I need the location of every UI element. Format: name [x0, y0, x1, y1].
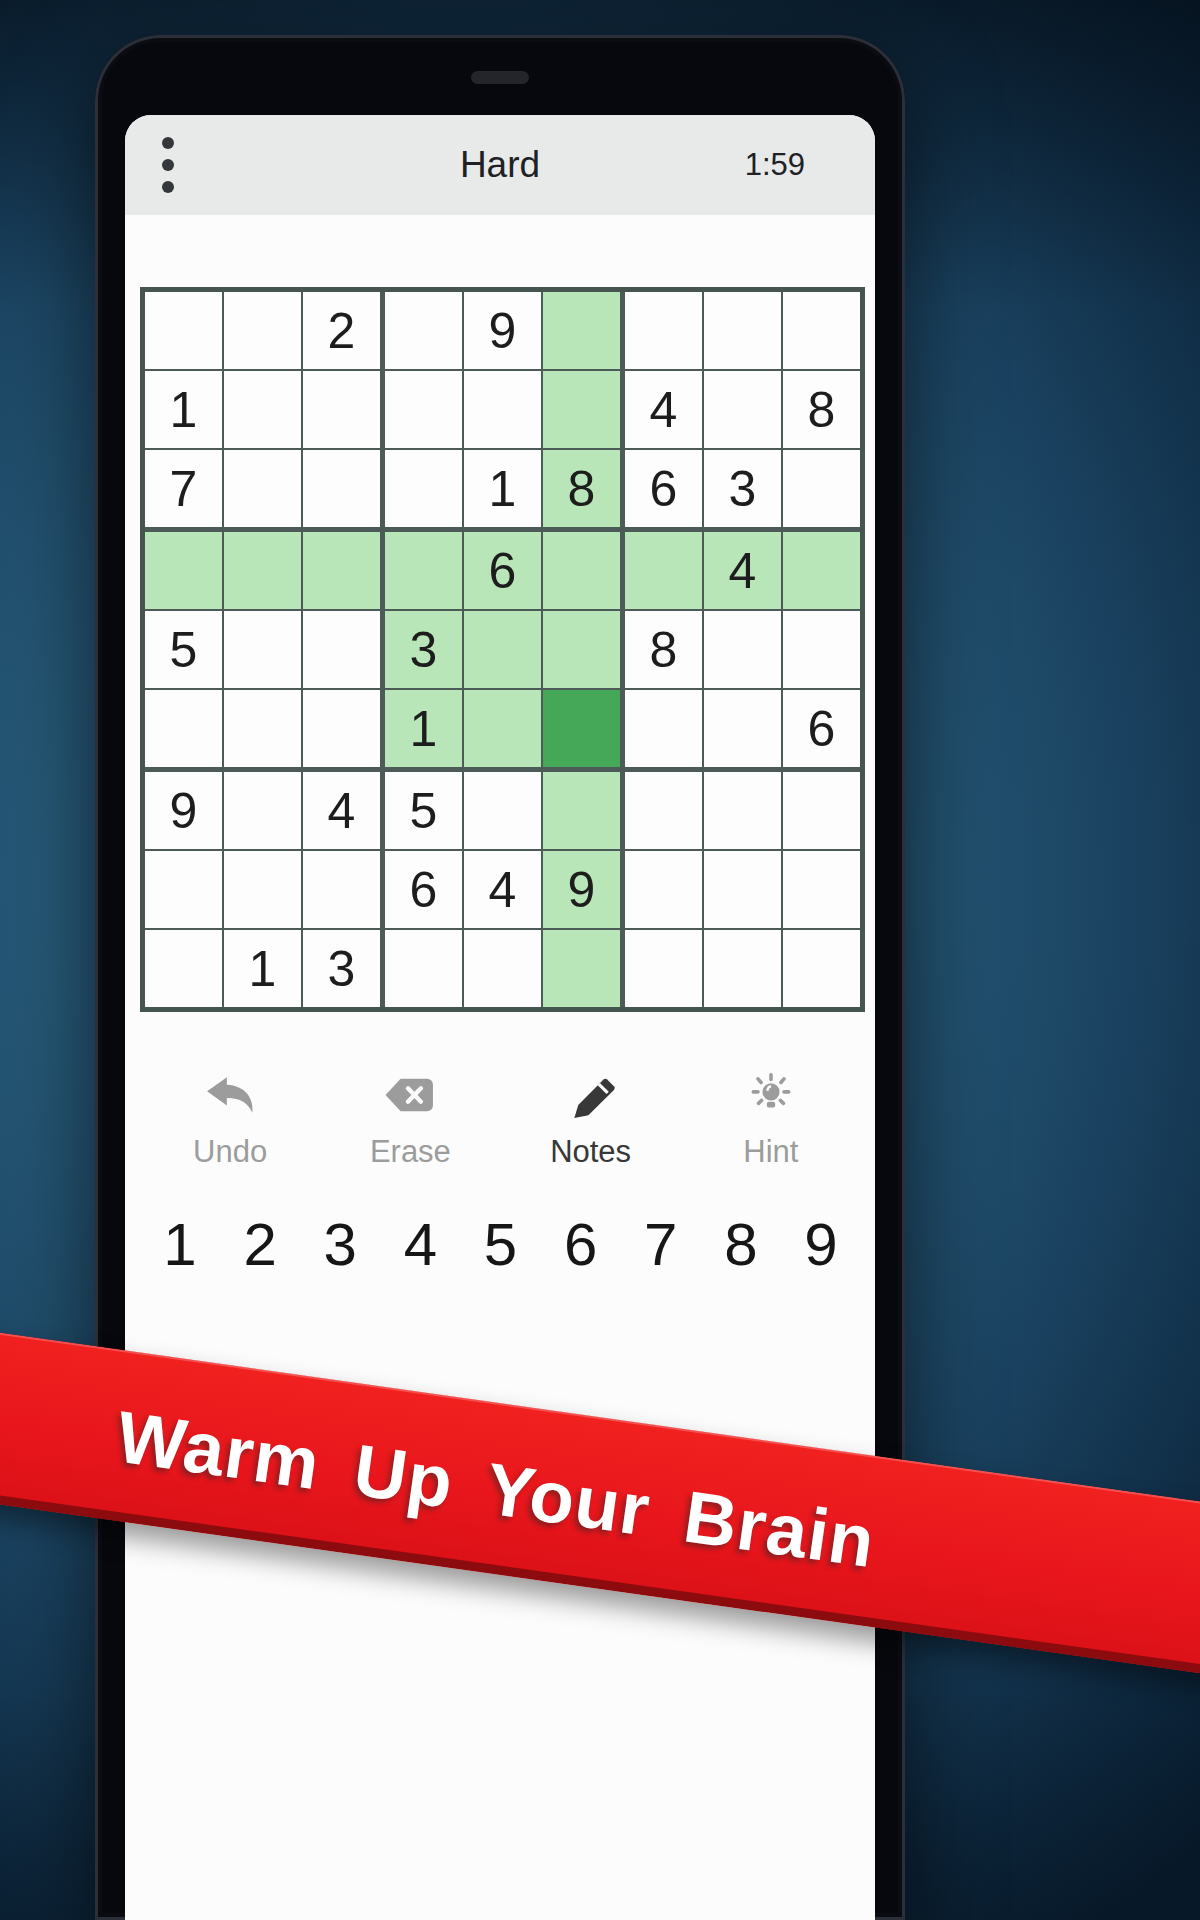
pencil-icon [566, 1070, 616, 1120]
cell-r9c9[interactable] [783, 930, 860, 1007]
numpad-key-5[interactable]: 5 [460, 1210, 540, 1280]
cell-r2c3[interactable] [303, 371, 380, 448]
numpad-key-3[interactable]: 3 [300, 1210, 380, 1280]
cell-r2c9[interactable]: 8 [783, 371, 860, 448]
cell-r3c7[interactable]: 6 [625, 450, 702, 527]
cell-r2c1[interactable]: 1 [145, 371, 222, 448]
numpad-key-6[interactable]: 6 [541, 1210, 621, 1280]
cell-r6c3[interactable] [303, 690, 380, 767]
cell-r5c5[interactable] [464, 611, 541, 688]
cell-r3c2[interactable] [224, 450, 301, 527]
cell-r4c4[interactable] [385, 532, 462, 609]
cell-r1c5[interactable]: 9 [464, 292, 541, 369]
cell-r7c9[interactable] [783, 772, 860, 849]
cell-r3c5[interactable]: 1 [464, 450, 541, 527]
cell-r9c2[interactable]: 1 [224, 930, 301, 1007]
cell-r4c3[interactable] [303, 532, 380, 609]
cell-r9c3[interactable]: 3 [303, 930, 380, 1007]
cell-r8c6[interactable]: 9 [543, 851, 620, 928]
cell-r5c1[interactable]: 5 [145, 611, 222, 688]
cell-r7c5[interactable] [464, 772, 541, 849]
numpad-key-9[interactable]: 9 [781, 1210, 861, 1280]
game-timer: 1:59 [745, 115, 805, 215]
cell-r8c9[interactable] [783, 851, 860, 928]
cell-r7c3[interactable]: 4 [303, 772, 380, 849]
cell-r4c7[interactable] [625, 532, 702, 609]
cell-r6c1[interactable] [145, 690, 222, 767]
cell-r7c4[interactable]: 5 [385, 772, 462, 849]
cell-r2c4[interactable] [385, 371, 462, 448]
cell-r3c4[interactable] [385, 450, 462, 527]
cell-r9c6[interactable] [543, 930, 620, 1007]
app-header: Hard 1:59 [125, 115, 875, 215]
cell-r4c9[interactable] [783, 532, 860, 609]
cell-r3c3[interactable] [303, 450, 380, 527]
toolbar-notes[interactable]: Notes [501, 1070, 681, 1170]
cell-r7c8[interactable] [704, 772, 781, 849]
numpad-key-4[interactable]: 4 [380, 1210, 460, 1280]
cell-r3c8[interactable]: 3 [704, 450, 781, 527]
toolbar: Undo Erase Notes [140, 1070, 861, 1170]
cell-r9c4[interactable] [385, 930, 462, 1007]
cell-r2c8[interactable] [704, 371, 781, 448]
numpad-key-2[interactable]: 2 [220, 1210, 300, 1280]
cell-r4c8[interactable]: 4 [704, 532, 781, 609]
toolbar-undo[interactable]: Undo [140, 1070, 320, 1170]
cell-r8c4[interactable]: 6 [385, 851, 462, 928]
cell-r1c2[interactable] [224, 292, 301, 369]
cell-r3c9[interactable] [783, 450, 860, 527]
cell-r5c3[interactable] [303, 611, 380, 688]
cell-r6c4[interactable]: 1 [385, 690, 462, 767]
cell-r2c5[interactable] [464, 371, 541, 448]
numpad-key-8[interactable]: 8 [701, 1210, 781, 1280]
cell-r7c1[interactable]: 9 [145, 772, 222, 849]
cell-r2c6[interactable] [543, 371, 620, 448]
cell-r7c2[interactable] [224, 772, 301, 849]
cell-r5c7[interactable]: 8 [625, 611, 702, 688]
cell-r1c4[interactable] [385, 292, 462, 369]
cell-r2c7[interactable]: 4 [625, 371, 702, 448]
cell-r5c6[interactable] [543, 611, 620, 688]
cell-r8c7[interactable] [625, 851, 702, 928]
cell-r3c1[interactable]: 7 [145, 450, 222, 527]
phone-frame: Hard 1:59 2914871863645381694564913 Undo… [95, 35, 905, 1920]
cell-r5c4[interactable]: 3 [385, 611, 462, 688]
cell-r4c1[interactable] [145, 532, 222, 609]
toolbar-notes-label: Notes [550, 1134, 631, 1170]
cell-r6c5[interactable] [464, 690, 541, 767]
cell-r7c7[interactable] [625, 772, 702, 849]
cell-r6c9[interactable]: 6 [783, 690, 860, 767]
cell-r5c2[interactable] [224, 611, 301, 688]
cell-r3c6[interactable]: 8 [543, 450, 620, 527]
sudoku-board: 2914871863645381694564913 [140, 287, 865, 1012]
cell-r9c7[interactable] [625, 930, 702, 1007]
cell-r6c2[interactable] [224, 690, 301, 767]
cell-r8c5[interactable]: 4 [464, 851, 541, 928]
toolbar-hint-label: Hint [743, 1134, 798, 1170]
cell-r9c1[interactable] [145, 930, 222, 1007]
app-screen: Hard 1:59 2914871863645381694564913 Undo… [125, 115, 875, 1920]
cell-r1c6[interactable] [543, 292, 620, 369]
cell-r1c7[interactable] [625, 292, 702, 369]
cell-r8c1[interactable] [145, 851, 222, 928]
backspace-icon [385, 1070, 435, 1120]
speaker-slot [471, 71, 529, 84]
cell-r6c8[interactable] [704, 690, 781, 767]
toolbar-undo-label: Undo [193, 1134, 267, 1170]
numpad-key-1[interactable]: 1 [140, 1210, 220, 1280]
cell-r1c1[interactable] [145, 292, 222, 369]
number-pad: 123456789 [140, 1210, 861, 1280]
cell-r5c9[interactable] [783, 611, 860, 688]
cell-r5c8[interactable] [704, 611, 781, 688]
toolbar-hint[interactable]: Hint [681, 1070, 861, 1170]
toolbar-erase-label: Erase [370, 1134, 451, 1170]
toolbar-erase[interactable]: Erase [320, 1070, 500, 1170]
cell-r8c3[interactable] [303, 851, 380, 928]
cell-r8c2[interactable] [224, 851, 301, 928]
cell-r9c5[interactable] [464, 930, 541, 1007]
undo-arrow-icon [205, 1070, 255, 1120]
cell-r2c2[interactable] [224, 371, 301, 448]
cell-r6c6[interactable] [543, 690, 620, 767]
cell-r1c8[interactable] [704, 292, 781, 369]
cell-r7c6[interactable] [543, 772, 620, 849]
cell-r8c8[interactable] [704, 851, 781, 928]
cell-r4c5[interactable]: 6 [464, 532, 541, 609]
cell-r4c6[interactable] [543, 532, 620, 609]
cell-r6c7[interactable] [625, 690, 702, 767]
lightbulb-icon [746, 1070, 796, 1120]
cell-r1c3[interactable]: 2 [303, 292, 380, 369]
numpad-key-7[interactable]: 7 [621, 1210, 701, 1280]
cell-r9c8[interactable] [704, 930, 781, 1007]
cell-r4c2[interactable] [224, 532, 301, 609]
cell-r1c9[interactable] [783, 292, 860, 369]
